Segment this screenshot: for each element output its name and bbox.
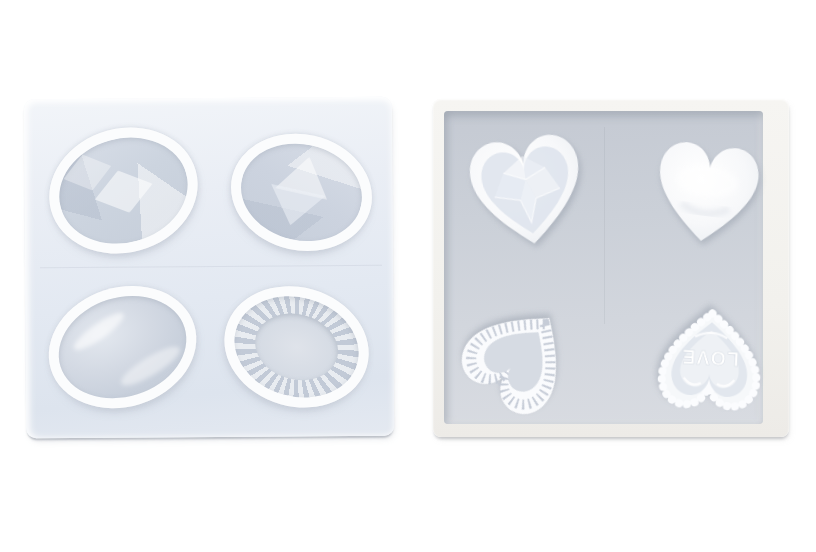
heart-mold-tray-frame: LOVE [433,99,789,437]
faceted-gem-surface [47,123,200,258]
cavity-faceted-oval-top-right [220,120,384,264]
faceted-ring-surface [223,282,371,411]
product-photo: LOVE [0,0,816,552]
cavity-smooth-dome-oval-bottom-left [33,268,212,426]
cavity-faceted-oval-top-left [35,111,213,270]
faceted-heart [444,114,611,266]
cavity-faceted-ring-oval-bottom-right [210,270,383,424]
oval-gem-mold [24,97,394,439]
faceted-gem-surface [231,132,371,252]
love-embossed-text: LOVE [681,346,740,371]
love-text-heart: LOVE [642,300,778,422]
mold-seam-line [40,265,382,268]
smooth-dome-surface [46,280,200,413]
smooth-heart [636,125,778,260]
